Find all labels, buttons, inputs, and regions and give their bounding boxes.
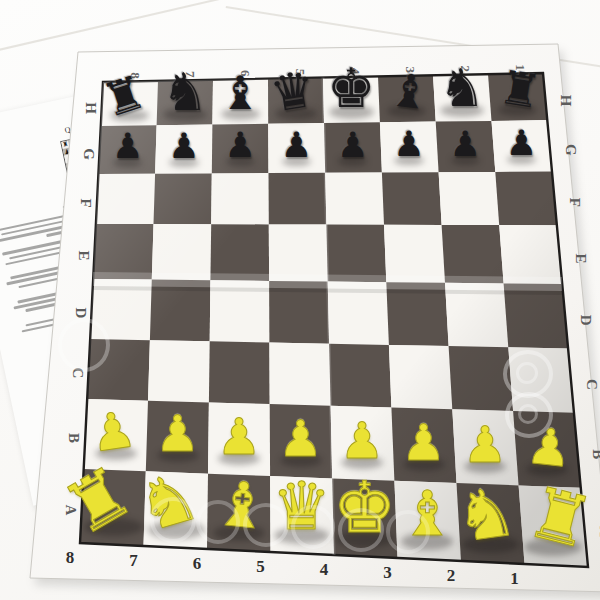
piece-yellow-rook[interactable]: ♜ — [521, 476, 599, 559]
pieces-layer: ♜♞♝♛♚♝♞♜♟♟♟♟♟♟♟♟♟♟♟♟♟♟♟♟♜♞♝♛♚♝♞♜ — [0, 0, 600, 600]
piece-yellow-king[interactable]: ♚ — [333, 472, 397, 543]
piece-yellow-pawn[interactable]: ♟ — [463, 420, 508, 470]
piece-yellow-knight[interactable]: ♞ — [451, 477, 521, 553]
piece-yellow-queen[interactable]: ♛ — [272, 474, 331, 540]
piece-black-pawn[interactable]: ♟ — [168, 129, 199, 164]
piece-black-pawn[interactable]: ♟ — [337, 128, 368, 163]
piece-yellow-pawn[interactable]: ♟ — [401, 418, 446, 468]
piece-black-bishop[interactable]: ♝ — [386, 66, 433, 117]
piece-black-pawn[interactable]: ♟ — [225, 129, 256, 164]
photo-scene: VUA QUỐC TẾ ♜♞♝♛♚♝♞♜♟♟♟♟♟♟♟♟♙♙♙♙♙♙♙♙♖♘♗♕… — [0, 0, 600, 600]
piece-black-knight[interactable]: ♞ — [162, 66, 209, 118]
piece-black-rook[interactable]: ♜ — [97, 68, 150, 124]
piece-black-queen[interactable]: ♛ — [266, 63, 318, 119]
piece-yellow-pawn[interactable]: ♟ — [217, 411, 262, 461]
piece-black-bishop[interactable]: ♝ — [220, 71, 261, 117]
piece-black-rook[interactable]: ♜ — [496, 64, 544, 116]
piece-black-pawn[interactable]: ♟ — [450, 127, 481, 162]
piece-yellow-pawn[interactable]: ♟ — [524, 420, 574, 474]
piece-black-pawn[interactable]: ♟ — [393, 128, 424, 163]
piece-black-pawn[interactable]: ♟ — [112, 130, 143, 165]
piece-black-knight[interactable]: ♞ — [439, 62, 486, 114]
piece-black-king[interactable]: ♚ — [327, 61, 375, 115]
piece-yellow-pawn[interactable]: ♟ — [88, 404, 139, 460]
piece-black-pawn[interactable]: ♟ — [281, 129, 312, 164]
piece-black-pawn[interactable]: ♟ — [506, 127, 537, 162]
piece-yellow-pawn[interactable]: ♟ — [155, 409, 200, 459]
piece-yellow-pawn[interactable]: ♟ — [278, 413, 323, 463]
piece-yellow-bishop[interactable]: ♝ — [211, 472, 273, 539]
piece-yellow-pawn[interactable]: ♟ — [340, 416, 385, 466]
piece-yellow-bishop[interactable]: ♝ — [400, 483, 456, 545]
